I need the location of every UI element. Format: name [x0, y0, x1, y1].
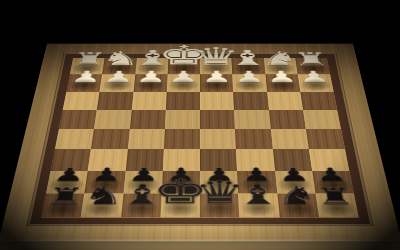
square-a5[interactable]: [306, 129, 345, 149]
chessboard: ♜♞♝♚♛♝♞♜♟♟♟♟♟♟♟♟♟♟♟♟♟♟♟♟♜♞♝♚♛♝♞♜: [0, 44, 400, 242]
square-f3[interactable]: [131, 92, 166, 110]
square-e3[interactable]: [166, 92, 200, 110]
square-a7[interactable]: ♟: [312, 171, 354, 194]
square-a2[interactable]: ♟: [298, 74, 334, 91]
square-h4[interactable]: [59, 110, 97, 129]
piece-white-pawn-a2[interactable]: ♟: [273, 69, 356, 85]
square-d4[interactable]: [200, 110, 235, 129]
square-h5[interactable]: [55, 129, 94, 149]
square-c4[interactable]: [234, 110, 270, 129]
square-b5[interactable]: [271, 129, 309, 149]
square-b4[interactable]: [269, 110, 306, 129]
square-e4[interactable]: [165, 110, 200, 129]
square-f4[interactable]: [130, 110, 166, 129]
square-h3[interactable]: [63, 92, 100, 110]
square-f5[interactable]: [127, 129, 164, 149]
chess-photo-canvas: ♜♞♝♚♛♝♞♜♟♟♟♟♟♟♟♟♟♟♟♟♟♟♟♟♜♞♝♚♛♝♞♜: [0, 0, 400, 250]
square-g5[interactable]: [91, 129, 129, 149]
square-c5[interactable]: [235, 129, 272, 149]
square-c3[interactable]: [233, 92, 268, 110]
square-e5[interactable]: [164, 129, 200, 149]
chessboard-scene: ♜♞♝♚♛♝♞♜♟♟♟♟♟♟♟♟♟♟♟♟♟♟♟♟♜♞♝♚♛♝♞♜: [0, 0, 400, 250]
square-d5[interactable]: [200, 129, 236, 149]
piece-white-rook-a1[interactable]: ♜: [271, 50, 352, 68]
square-g4[interactable]: [94, 110, 131, 129]
square-a8[interactable]: ♜: [315, 193, 358, 217]
board-grid: ♜♞♝♚♛♝♞♜♟♟♟♟♟♟♟♟♟♟♟♟♟♟♟♟♜♞♝♚♛♝♞♜: [41, 58, 358, 217]
square-a3[interactable]: [300, 92, 337, 110]
square-d3[interactable]: [200, 92, 234, 110]
square-b3[interactable]: [267, 92, 303, 110]
board-walnut-border: ♜♞♝♚♛♝♞♜♟♟♟♟♟♟♟♟♟♟♟♟♟♟♟♟♜♞♝♚♛♝♞♜: [30, 54, 370, 224]
square-g3[interactable]: [97, 92, 133, 110]
piece-black-rook-a8[interactable]: ♜: [286, 185, 385, 208]
board-front-bevel-edge: [0, 242, 400, 250]
square-a4[interactable]: [303, 110, 341, 129]
